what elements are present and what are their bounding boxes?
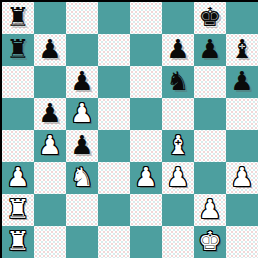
square-c2[interactable] [66, 194, 98, 226]
square-f2[interactable] [162, 194, 194, 226]
square-f8[interactable] [162, 2, 194, 34]
square-b1[interactable] [34, 226, 66, 258]
square-h2[interactable] [226, 194, 258, 226]
black-pawn-icon[interactable]: ♟ [70, 66, 93, 97]
white-rook-icon[interactable]: ♜ [6, 226, 29, 257]
square-a8[interactable]: ♜ [2, 2, 34, 34]
white-king-icon[interactable]: ♚ [198, 226, 221, 257]
chess-board: ♜♚♜♟♟♟♝♟♞♟♟♟♟♟♝♟♞♟♟♟♜♟♜♚ [2, 2, 258, 258]
square-e6[interactable] [130, 66, 162, 98]
square-g7[interactable]: ♟ [194, 34, 226, 66]
square-g4[interactable] [194, 130, 226, 162]
square-a2[interactable]: ♜ [2, 194, 34, 226]
square-c7[interactable] [66, 34, 98, 66]
square-a1[interactable]: ♜ [2, 226, 34, 258]
square-g6[interactable] [194, 66, 226, 98]
black-king-icon[interactable]: ♚ [198, 2, 221, 33]
square-b5[interactable]: ♟ [34, 98, 66, 130]
white-pawn-icon[interactable]: ♟ [6, 162, 29, 193]
square-e5[interactable] [130, 98, 162, 130]
chess-board-frame: ♜♚♜♟♟♟♝♟♞♟♟♟♟♟♝♟♞♟♟♟♜♟♜♚ [0, 0, 258, 258]
square-a4[interactable] [2, 130, 34, 162]
square-d7[interactable] [98, 34, 130, 66]
square-g1[interactable]: ♚ [194, 226, 226, 258]
square-g8[interactable]: ♚ [194, 2, 226, 34]
square-c6[interactable]: ♟ [66, 66, 98, 98]
square-e3[interactable]: ♟ [130, 162, 162, 194]
white-pawn-icon[interactable]: ♟ [198, 194, 221, 225]
square-e7[interactable] [130, 34, 162, 66]
square-b7[interactable]: ♟ [34, 34, 66, 66]
square-a5[interactable] [2, 98, 34, 130]
square-c1[interactable] [66, 226, 98, 258]
square-f6[interactable]: ♞ [162, 66, 194, 98]
white-pawn-icon[interactable]: ♟ [134, 162, 157, 193]
square-h1[interactable] [226, 226, 258, 258]
black-rook-icon[interactable]: ♜ [6, 34, 29, 65]
square-b4[interactable]: ♟ [34, 130, 66, 162]
square-c3[interactable]: ♞ [66, 162, 98, 194]
square-a6[interactable] [2, 66, 34, 98]
square-d4[interactable] [98, 130, 130, 162]
square-e8[interactable] [130, 2, 162, 34]
square-e4[interactable] [130, 130, 162, 162]
square-d6[interactable] [98, 66, 130, 98]
black-pawn-icon[interactable]: ♟ [38, 98, 61, 129]
square-h6[interactable]: ♟ [226, 66, 258, 98]
square-a3[interactable]: ♟ [2, 162, 34, 194]
square-f3[interactable]: ♟ [162, 162, 194, 194]
square-d5[interactable] [98, 98, 130, 130]
square-b2[interactable] [34, 194, 66, 226]
square-f5[interactable] [162, 98, 194, 130]
square-e2[interactable] [130, 194, 162, 226]
square-d3[interactable] [98, 162, 130, 194]
square-c5[interactable]: ♟ [66, 98, 98, 130]
square-e1[interactable] [130, 226, 162, 258]
square-b3[interactable] [34, 162, 66, 194]
square-g3[interactable] [194, 162, 226, 194]
square-h7[interactable]: ♝ [226, 34, 258, 66]
black-pawn-icon[interactable]: ♟ [70, 130, 93, 161]
square-f7[interactable]: ♟ [162, 34, 194, 66]
black-pawn-icon[interactable]: ♟ [198, 34, 221, 65]
square-f1[interactable] [162, 226, 194, 258]
square-h8[interactable] [226, 2, 258, 34]
white-pawn-icon[interactable]: ♟ [166, 162, 189, 193]
black-pawn-icon[interactable]: ♟ [166, 34, 189, 65]
square-b8[interactable] [34, 2, 66, 34]
white-knight-icon[interactable]: ♞ [70, 162, 93, 193]
square-h4[interactable] [226, 130, 258, 162]
black-pawn-icon[interactable]: ♟ [38, 34, 61, 65]
white-pawn-icon[interactable]: ♟ [70, 98, 93, 129]
square-c8[interactable] [66, 2, 98, 34]
square-h5[interactable] [226, 98, 258, 130]
white-bishop-icon[interactable]: ♝ [166, 130, 189, 161]
white-pawn-icon[interactable]: ♟ [230, 162, 253, 193]
black-knight-icon[interactable]: ♞ [166, 66, 189, 97]
square-g2[interactable]: ♟ [194, 194, 226, 226]
white-rook-icon[interactable]: ♜ [6, 194, 29, 225]
white-pawn-icon[interactable]: ♟ [38, 130, 61, 161]
square-d2[interactable] [98, 194, 130, 226]
square-d8[interactable] [98, 2, 130, 34]
square-g5[interactable] [194, 98, 226, 130]
square-a7[interactable]: ♜ [2, 34, 34, 66]
square-h3[interactable]: ♟ [226, 162, 258, 194]
square-d1[interactable] [98, 226, 130, 258]
black-pawn-icon[interactable]: ♟ [230, 66, 253, 97]
black-rook-icon[interactable]: ♜ [6, 2, 29, 33]
square-f4[interactable]: ♝ [162, 130, 194, 162]
black-bishop-icon[interactable]: ♝ [230, 34, 253, 65]
square-b6[interactable] [34, 66, 66, 98]
square-c4[interactable]: ♟ [66, 130, 98, 162]
